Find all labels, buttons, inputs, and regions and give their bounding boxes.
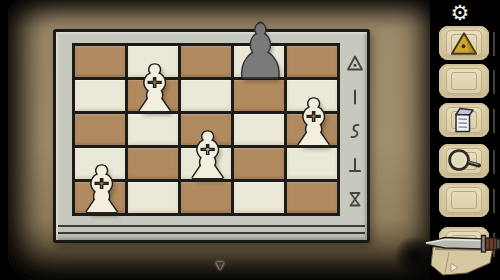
square-d3[interactable] [234, 114, 284, 145]
square-a3[interactable] [75, 114, 125, 145]
square-c4[interactable] [181, 80, 231, 111]
inventory-slot-2[interactable] [439, 64, 489, 98]
slot-marker [493, 109, 495, 133]
piece-white-e3[interactable]: ♝ [285, 91, 342, 155]
magnifier-icon [445, 148, 483, 174]
piece-white-b4[interactable]: ♝ [126, 57, 183, 121]
square-d2[interactable] [234, 148, 284, 179]
matchbox-icon [452, 106, 476, 134]
square-b1[interactable] [128, 182, 178, 213]
inventory-slot-3[interactable] [439, 103, 489, 137]
slot-marker [493, 189, 495, 213]
piece-white-a1[interactable]: ♝ [73, 158, 130, 222]
rune-hourglass-icon [346, 190, 364, 208]
square-e5[interactable] [287, 46, 337, 77]
inventory-slot-5[interactable] [439, 183, 489, 217]
slot-marker [493, 150, 495, 174]
square-c5[interactable] [181, 46, 231, 77]
knife-and-cloth-item[interactable] [405, 225, 500, 280]
inventory-slot-4[interactable] [439, 144, 489, 178]
square-e1[interactable] [287, 182, 337, 213]
rune-up-tack-icon [346, 156, 364, 174]
down-arrow-icon: ▼ [213, 257, 227, 273]
rune-triangle-dot-icon [346, 54, 364, 72]
rune-vertical-line-icon [346, 88, 364, 106]
settings-gear-button[interactable]: ⚙ [447, 0, 473, 24]
frame-ledge-line [58, 232, 365, 234]
piece-white-c2[interactable]: ♝ [179, 124, 236, 188]
gear-icon: ⚙ [451, 2, 470, 23]
slot-marker [493, 32, 495, 56]
square-a5[interactable] [75, 46, 125, 77]
slot-marker [493, 70, 495, 94]
square-b2[interactable] [128, 148, 178, 179]
square-a4[interactable] [75, 80, 125, 111]
square-d1[interactable] [234, 182, 284, 213]
look-down-arrow[interactable]: ▼ [204, 255, 236, 275]
triangle-token-icon [450, 31, 478, 56]
inventory-slot-1[interactable] [439, 26, 489, 60]
rune-s-curve-icon [346, 122, 364, 140]
piece-dark-d5[interactable]: ♟ [234, 14, 288, 87]
game-screen: ♟♝♝♝♝ ▼ ⚙ [0, 0, 500, 280]
